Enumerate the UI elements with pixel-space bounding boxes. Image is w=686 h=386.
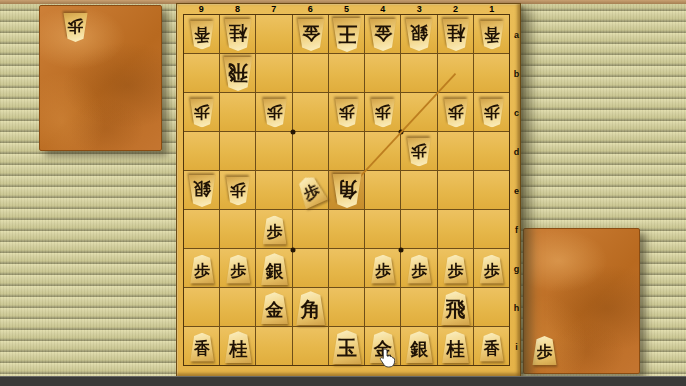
piece-kanji: 銀 xyxy=(410,21,428,45)
board-cell-1h[interactable] xyxy=(474,288,509,326)
star-point xyxy=(399,247,404,252)
piece-kanji: 角 xyxy=(301,296,321,323)
rank-label: i xyxy=(511,328,522,367)
piece-face: 桂 xyxy=(224,331,252,363)
piece-kanji: 銀 xyxy=(193,177,211,201)
piece-face: 銀 xyxy=(405,19,433,51)
piece-kanji: 香 xyxy=(484,23,500,44)
board-cell-5d[interactable] xyxy=(329,132,364,170)
piece-1g-sente[interactable]: 歩 xyxy=(479,255,504,284)
piece-2c-gote[interactable]: 歩 xyxy=(443,98,468,127)
board-cell-5f[interactable] xyxy=(329,210,364,248)
piece-kanji: 歩 xyxy=(448,101,464,122)
mouse-cursor xyxy=(379,348,397,372)
piece-7c-gote[interactable]: 歩 xyxy=(262,98,287,127)
piece-face: 桂 xyxy=(442,19,470,51)
rank-label: g xyxy=(511,250,522,289)
file-label: 5 xyxy=(328,4,364,14)
piece-kanji: 桂 xyxy=(447,21,465,45)
star-point xyxy=(399,130,404,135)
file-label: 7 xyxy=(256,4,292,14)
piece-face: 玉 xyxy=(332,330,362,364)
board-cell-5h[interactable] xyxy=(329,288,364,326)
board-cell-1f[interactable] xyxy=(474,210,509,248)
board-cell-5b[interactable] xyxy=(329,54,364,92)
piece-face: 歩 xyxy=(407,255,432,284)
piece-1a-gote[interactable]: 香 xyxy=(479,20,504,49)
piece-6h-sente[interactable]: 角 xyxy=(296,291,326,325)
piece-8g-sente[interactable]: 歩 xyxy=(226,255,251,284)
rank-label: d xyxy=(511,132,522,171)
piece-face: 銀 xyxy=(405,331,433,363)
board-cell-8f[interactable] xyxy=(220,210,255,248)
board-cell-4h[interactable] xyxy=(365,288,400,326)
piece-5a-gote[interactable]: 王 xyxy=(332,18,362,52)
piece-4g-sente[interactable]: 歩 xyxy=(371,255,396,284)
file-label: 6 xyxy=(292,4,328,14)
board-cell-9f[interactable] xyxy=(184,210,219,248)
piece-7f-sente[interactable]: 歩 xyxy=(262,216,287,245)
piece-kanji: 歩 xyxy=(375,101,391,122)
piece-kanji: 飛 xyxy=(228,59,248,86)
piece-kanji: 香 xyxy=(194,23,210,44)
board-cell-8d[interactable] xyxy=(220,132,255,170)
board-cell-2e[interactable] xyxy=(438,171,473,209)
piece-kanji: 歩 xyxy=(339,101,355,122)
rank-label: a xyxy=(511,15,522,54)
piece-1i-sente[interactable]: 香 xyxy=(479,333,504,362)
board-cell-7e[interactable] xyxy=(256,171,291,209)
piece-7g-sente[interactable]: 銀 xyxy=(261,253,289,285)
sente-komadai: 歩 xyxy=(523,228,640,374)
piece-face: 香 xyxy=(479,20,504,49)
board-cell-4d[interactable] xyxy=(365,132,400,170)
board-cell-3b[interactable] xyxy=(401,54,436,92)
piece-3i-sente[interactable]: 銀 xyxy=(405,331,433,363)
board-cell-6i[interactable] xyxy=(293,327,328,365)
rank-label: h xyxy=(511,289,522,328)
shogi-board: 987654321 abcdefghi 香桂金王金銀桂香飛歩歩歩歩歩歩歩銀歩角歩… xyxy=(176,3,521,377)
piece-4a-gote[interactable]: 金 xyxy=(369,19,397,51)
piece-2a-gote[interactable]: 桂 xyxy=(442,19,470,51)
rank-label: f xyxy=(511,211,522,250)
piece-kanji: 歩 xyxy=(230,179,246,200)
piece-face: 歩 xyxy=(226,176,251,205)
piece-kanji: 銀 xyxy=(410,337,428,361)
piece-kanji: 金 xyxy=(302,21,320,45)
piece-kanji: 歩 xyxy=(484,101,500,122)
piece-face: 金 xyxy=(261,292,289,324)
star-point xyxy=(290,247,295,252)
piece-face: 歩 xyxy=(334,98,359,127)
piece-kanji: 歩 xyxy=(448,260,464,281)
board-cell-8c[interactable] xyxy=(220,93,255,131)
board-cell-1e[interactable] xyxy=(474,171,509,209)
piece-face: 歩 xyxy=(262,216,287,245)
board-cell-6g[interactable] xyxy=(293,249,328,287)
piece-9i-sente[interactable]: 香 xyxy=(190,333,215,362)
piece-face: 角 xyxy=(296,291,326,325)
hand-pointer-icon xyxy=(379,348,397,368)
board-cell-7d[interactable] xyxy=(256,132,291,170)
piece-kanji: 歩 xyxy=(537,342,553,363)
board-cell-4f[interactable] xyxy=(365,210,400,248)
piece-face: 歩 xyxy=(226,255,251,284)
piece-kanji: 王 xyxy=(337,20,357,47)
piece-face: 歩 xyxy=(407,137,432,166)
piece-face: 銀 xyxy=(261,253,289,285)
rank-label: c xyxy=(511,93,522,132)
board-cell-6f[interactable] xyxy=(293,210,328,248)
piece-3g-sente[interactable]: 歩 xyxy=(407,255,432,284)
piece-face: 桂 xyxy=(442,331,470,363)
piece-2g-sente[interactable]: 歩 xyxy=(443,255,468,284)
board-cell-9b[interactable] xyxy=(184,54,219,92)
board-cell-5g[interactable] xyxy=(329,249,364,287)
piece-2i-sente[interactable]: 桂 xyxy=(442,331,470,363)
piece-face: 歩 xyxy=(479,255,504,284)
piece-8e-gote[interactable]: 歩 xyxy=(226,176,251,205)
piece-3a-gote[interactable]: 銀 xyxy=(405,19,433,51)
board-cell-3c[interactable] xyxy=(401,93,436,131)
piece-2h-sente[interactable]: 飛 xyxy=(441,291,471,325)
board-cell-1b[interactable] xyxy=(474,54,509,92)
piece-kanji: 歩 xyxy=(484,260,500,281)
board-cell-2f[interactable] xyxy=(438,210,473,248)
board-cell-2d[interactable] xyxy=(438,132,473,170)
piece-face: 歩 xyxy=(371,255,396,284)
piece-face: 香 xyxy=(479,333,504,362)
piece-5c-gote[interactable]: 歩 xyxy=(334,98,359,127)
piece-face: 飛 xyxy=(441,291,471,325)
board-cell-9d[interactable] xyxy=(184,132,219,170)
board-cell-7b[interactable] xyxy=(256,54,291,92)
piece-face: 王 xyxy=(332,18,362,52)
piece-8a-gote[interactable]: 桂 xyxy=(224,19,252,51)
board-cell-9h[interactable] xyxy=(184,288,219,326)
board-cell-8h[interactable] xyxy=(220,288,255,326)
piece-kanji: 角 xyxy=(337,176,357,203)
piece-8b-gote[interactable]: 飛 xyxy=(223,57,253,91)
piece-face: 歩 xyxy=(371,98,396,127)
piece-kanji: 歩 xyxy=(411,260,427,281)
board-cell-3e[interactable] xyxy=(401,171,436,209)
piece-kanji: 香 xyxy=(194,338,210,359)
piece-3d-gote[interactable]: 歩 xyxy=(407,137,432,166)
piece-hand0-sente[interactable]: 歩 xyxy=(532,336,557,365)
piece-6a-gote[interactable]: 金 xyxy=(297,19,325,51)
file-label: 1 xyxy=(474,4,510,14)
piece-face: 歩 xyxy=(190,98,215,127)
piece-kanji: 歩 xyxy=(68,16,84,37)
piece-face: 飛 xyxy=(223,57,253,91)
board-cell-6d[interactable] xyxy=(293,132,328,170)
board-cell-4e[interactable] xyxy=(365,171,400,209)
file-label: 3 xyxy=(401,4,437,14)
piece-9a-gote[interactable]: 香 xyxy=(190,20,215,49)
piece-9e-gote[interactable]: 銀 xyxy=(188,175,216,207)
piece-8i-sente[interactable]: 桂 xyxy=(224,331,252,363)
board-cell-7i[interactable] xyxy=(256,327,291,365)
piece-face: 歩 xyxy=(532,336,557,365)
board-cell-6b[interactable] xyxy=(293,54,328,92)
piece-face: 歩 xyxy=(190,255,215,284)
file-label: 4 xyxy=(365,4,401,14)
rank-labels: abcdefghi xyxy=(511,15,522,367)
piece-9g-sente[interactable]: 歩 xyxy=(190,255,215,284)
piece-kanji: 金 xyxy=(266,298,284,322)
piece-face: 歩 xyxy=(479,98,504,127)
piece-face: 金 xyxy=(297,19,325,51)
piece-kanji: 金 xyxy=(374,21,392,45)
file-labels: 987654321 xyxy=(183,4,510,14)
piece-kanji: 歩 xyxy=(267,101,283,122)
piece-hand0-gote[interactable]: 歩 xyxy=(63,13,88,42)
piece-kanji: 歩 xyxy=(194,260,210,281)
piece-face: 歩 xyxy=(63,13,88,42)
rank-label: b xyxy=(511,54,522,93)
piece-kanji: 飛 xyxy=(446,296,466,323)
piece-face: 桂 xyxy=(224,19,252,51)
piece-face: 香 xyxy=(190,333,215,362)
board-cell-3f[interactable] xyxy=(401,210,436,248)
piece-face: 歩 xyxy=(443,255,468,284)
piece-1c-gote[interactable]: 歩 xyxy=(479,98,504,127)
piece-kanji: 歩 xyxy=(267,221,283,242)
piece-face: 歩 xyxy=(262,98,287,127)
file-label: 9 xyxy=(183,4,219,14)
piece-face: 銀 xyxy=(188,175,216,207)
piece-kanji: 桂 xyxy=(447,337,465,361)
piece-face: 角 xyxy=(332,174,362,208)
board-cell-2b[interactable] xyxy=(438,54,473,92)
piece-face: 金 xyxy=(369,19,397,51)
piece-5e-gote[interactable]: 角 xyxy=(332,174,362,208)
piece-kanji: 桂 xyxy=(229,337,247,361)
piece-5i-sente[interactable]: 玉 xyxy=(332,330,362,364)
piece-kanji: 玉 xyxy=(337,335,357,362)
board-cell-1d[interactable] xyxy=(474,132,509,170)
piece-kanji: 歩 xyxy=(230,260,246,281)
board-cell-7a[interactable] xyxy=(256,15,291,53)
piece-4c-gote[interactable]: 歩 xyxy=(371,98,396,127)
piece-face: 歩 xyxy=(443,98,468,127)
board-cell-6c[interactable] xyxy=(293,93,328,131)
piece-kanji: 銀 xyxy=(266,259,284,283)
piece-face: 香 xyxy=(190,20,215,49)
star-point xyxy=(290,130,295,135)
rank-label: e xyxy=(511,171,522,210)
piece-kanji: 香 xyxy=(484,338,500,359)
piece-kanji: 歩 xyxy=(300,179,323,205)
piece-7h-sente[interactable]: 金 xyxy=(261,292,289,324)
piece-kanji: 桂 xyxy=(229,21,247,45)
piece-kanji: 歩 xyxy=(411,140,427,161)
board-cell-4b[interactable] xyxy=(365,54,400,92)
piece-kanji: 歩 xyxy=(375,260,391,281)
file-label: 2 xyxy=(437,4,473,14)
piece-kanji: 歩 xyxy=(194,101,210,122)
board-cell-3h[interactable] xyxy=(401,288,436,326)
file-label: 8 xyxy=(219,4,255,14)
piece-9c-gote[interactable]: 歩 xyxy=(190,98,215,127)
bottom-letterbox-bar xyxy=(0,376,686,386)
gote-komadai: 歩 xyxy=(39,5,162,151)
